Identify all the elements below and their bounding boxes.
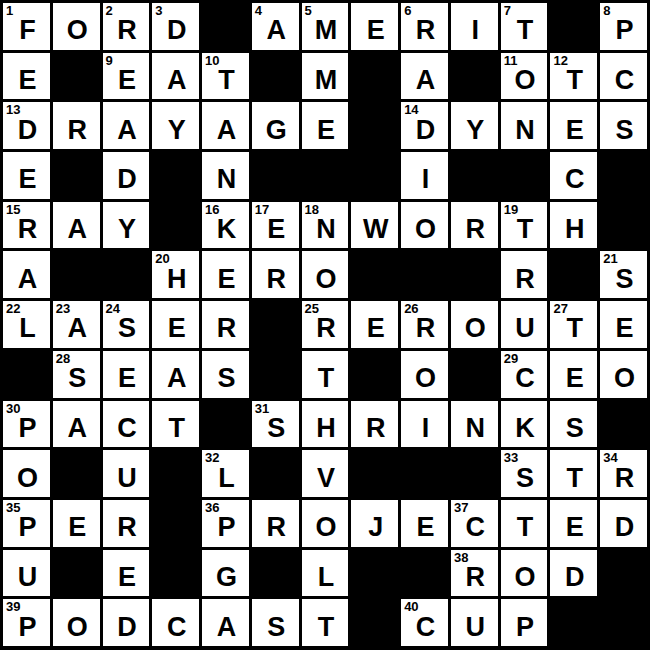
cell-letter-r4c5: N — [217, 166, 237, 193]
clue-number-33: 33 — [504, 450, 518, 465]
cell-letter-r2c13: C — [615, 67, 635, 94]
cell-letter-r3c10: Y — [466, 117, 484, 144]
cell-letter-r6c4: H — [167, 266, 187, 293]
cell-letter-r3c6: G — [266, 117, 287, 144]
cell-letter-r12c10: R — [466, 564, 486, 591]
clue-number-25: 25 — [305, 301, 319, 316]
black-cell-r4c2 — [53, 152, 100, 199]
cell-r9c4[interactable]: T — [152, 401, 199, 448]
cell-r8c2[interactable]: 28S — [53, 351, 100, 398]
clue-number-38: 38 — [454, 550, 468, 565]
black-cell-r12c6 — [252, 550, 299, 597]
cell-letter-r10c3: U — [117, 465, 137, 492]
cell-r13c3[interactable]: D — [103, 599, 150, 646]
cell-letter-r12c3: E — [118, 564, 136, 591]
cell-r1c2[interactable]: O — [53, 3, 100, 50]
black-cell-r12c2 — [53, 550, 100, 597]
clue-number-28: 28 — [56, 351, 70, 366]
cell-r3c12[interactable]: E — [550, 102, 597, 149]
black-cell-r6c9 — [401, 251, 448, 298]
cell-r3c5[interactable]: A — [202, 102, 249, 149]
black-cell-r4c4 — [152, 152, 199, 199]
cell-letter-r3c1: D — [18, 117, 38, 144]
black-cell-r8c10 — [451, 351, 498, 398]
cell-letter-r1c8: E — [367, 17, 385, 44]
cell-letter-r3c5: A — [217, 117, 237, 144]
black-cell-r4c8 — [351, 152, 398, 199]
cell-r7c12[interactable]: 27T — [550, 301, 597, 348]
cell-r2c7[interactable]: M — [302, 53, 349, 100]
black-cell-r4c6 — [252, 152, 299, 199]
clue-number-16: 16 — [205, 202, 219, 217]
black-cell-r2c10 — [451, 53, 498, 100]
cell-r3c2[interactable]: R — [53, 102, 100, 149]
cell-r7c1[interactable]: 22L — [3, 301, 50, 348]
cell-r2c11[interactable]: 11O — [501, 53, 548, 100]
black-cell-r10c4 — [152, 450, 199, 497]
cell-letter-r2c9: A — [416, 67, 436, 94]
clue-number-32: 32 — [205, 450, 219, 465]
cell-letter-r4c3: D — [117, 166, 137, 193]
cell-r10c5[interactable]: 32L — [202, 450, 249, 497]
cell-letter-r5c1: R — [18, 216, 38, 243]
cell-r11c5[interactable]: 36P — [202, 500, 249, 547]
cell-r6c11[interactable]: R — [501, 251, 548, 298]
black-cell-r2c2 — [53, 53, 100, 100]
cell-letter-r3c11: N — [515, 117, 535, 144]
cell-letter-r7c5: R — [217, 315, 237, 342]
cell-letter-r2c1: E — [18, 67, 36, 94]
black-cell-r12c13 — [600, 550, 647, 597]
cell-letter-r10c12: T — [567, 465, 584, 492]
cell-letter-r1c4: D — [167, 17, 187, 44]
cell-r9c6[interactable]: 31S — [252, 401, 299, 448]
black-cell-r2c8 — [351, 53, 398, 100]
cell-r8c4[interactable]: A — [152, 351, 199, 398]
cell-r13c10[interactable]: U — [451, 599, 498, 646]
cell-r5c11[interactable]: 19T — [501, 202, 548, 249]
cell-letter-r1c1: F — [19, 17, 36, 44]
cell-r2c9[interactable]: A — [401, 53, 448, 100]
crossword-board: 1FO2R3D4A5ME6RI7T8PE9EA10TMA11O12TC13DRA… — [0, 0, 650, 650]
cell-r5c1[interactable]: 15R — [3, 202, 50, 249]
cell-r10c12[interactable]: T — [550, 450, 597, 497]
cell-letter-r2c7: M — [315, 67, 338, 94]
cell-r6c5[interactable]: E — [202, 251, 249, 298]
cell-r3c10[interactable]: Y — [451, 102, 498, 149]
cell-letter-r7c8: E — [367, 315, 385, 342]
cell-letter-r11c6: R — [266, 514, 286, 541]
clue-number-1: 1 — [6, 3, 13, 18]
clue-number-5: 5 — [305, 3, 312, 18]
cell-letter-r10c11: S — [516, 465, 534, 492]
black-cell-r10c10 — [451, 450, 498, 497]
cell-r10c7[interactable]: V — [302, 450, 349, 497]
cell-letter-r13c9: C — [416, 614, 436, 641]
cell-letter-r10c7: V — [317, 465, 335, 492]
cell-r12c1[interactable]: U — [3, 550, 50, 597]
cell-letter-r5c7: N — [316, 216, 336, 243]
cell-letter-r8c2: S — [68, 365, 86, 392]
cell-letter-r6c5: E — [217, 266, 235, 293]
clue-number-10: 10 — [205, 53, 219, 68]
clue-number-14: 14 — [404, 102, 418, 117]
cell-r11c11[interactable]: T — [501, 500, 548, 547]
cell-letter-r9c7: H — [316, 415, 336, 442]
cell-r12c7[interactable]: L — [302, 550, 349, 597]
cell-r2c12[interactable]: 12T — [550, 53, 597, 100]
cell-r13c1[interactable]: 39P — [3, 599, 50, 646]
cell-letter-r3c9: D — [416, 117, 436, 144]
cell-r5c9[interactable]: O — [401, 202, 448, 249]
cell-r12c5[interactable]: G — [202, 550, 249, 597]
cell-r10c13[interactable]: 34R — [600, 450, 647, 497]
cell-letter-r6c7: O — [315, 266, 336, 293]
cell-r6c13[interactable]: 21S — [600, 251, 647, 298]
cell-letter-r7c7: R — [316, 315, 336, 342]
cell-r12c10[interactable]: 38R — [451, 550, 498, 597]
cell-letter-r11c13: D — [615, 514, 635, 541]
cell-r6c4[interactable]: 20H — [152, 251, 199, 298]
cell-r2c5[interactable]: 10T — [202, 53, 249, 100]
cell-r8c9[interactable]: O — [401, 351, 448, 398]
cell-letter-r5c11: T — [517, 216, 534, 243]
cell-r10c1[interactable]: O — [3, 450, 50, 497]
cell-letter-r10c1: O — [17, 465, 38, 492]
cell-r4c5[interactable]: N — [202, 152, 249, 199]
clue-number-6: 6 — [404, 3, 411, 18]
clue-number-17: 17 — [255, 202, 269, 217]
black-cell-r10c9 — [401, 450, 448, 497]
cell-letter-r1c11: T — [517, 17, 534, 44]
black-cell-r13c8 — [351, 599, 398, 646]
clue-number-40: 40 — [404, 599, 418, 614]
clue-number-22: 22 — [6, 301, 20, 316]
black-cell-r12c9 — [401, 550, 448, 597]
black-cell-r6c12 — [550, 251, 597, 298]
cell-r1c3[interactable]: 2R — [103, 3, 150, 50]
cell-r10c11[interactable]: 33S — [501, 450, 548, 497]
cell-r7c2[interactable]: 23A — [53, 301, 100, 348]
cell-r2c1[interactable]: E — [3, 53, 50, 100]
cell-letter-r8c4: A — [167, 365, 187, 392]
cell-letter-r9c8: R — [366, 415, 386, 442]
clue-number-24: 24 — [106, 301, 120, 316]
clue-number-2: 2 — [106, 3, 113, 18]
black-cell-r13c12 — [550, 599, 597, 646]
cell-r11c13[interactable]: D — [600, 500, 647, 547]
cell-letter-r11c2: E — [68, 514, 86, 541]
cell-r1c13[interactable]: 8P — [600, 3, 647, 50]
cell-r4c3[interactable]: D — [103, 152, 150, 199]
crossword-puzzle: 1FO2R3D4A5ME6RI7T8PE9EA10TMA11O12TC13DRA… — [0, 0, 650, 650]
black-cell-r5c13 — [600, 202, 647, 249]
cell-r1c1[interactable]: 1F — [3, 3, 50, 50]
clue-number-26: 26 — [404, 301, 418, 316]
clue-number-19: 19 — [504, 202, 518, 217]
cell-letter-r11c11: T — [517, 514, 534, 541]
cell-r5c3[interactable]: Y — [103, 202, 150, 249]
cell-r11c8[interactable]: J — [351, 500, 398, 547]
cell-r8c3[interactable]: E — [103, 351, 150, 398]
cell-r13c9[interactable]: 40C — [401, 599, 448, 646]
cell-r1c11[interactable]: 7T — [501, 3, 548, 50]
cell-letter-r6c11: R — [515, 266, 535, 293]
cell-r12c11[interactable]: O — [501, 550, 548, 597]
cell-r3c11[interactable]: N — [501, 102, 548, 149]
cell-letter-r9c3: C — [117, 415, 137, 442]
black-cell-r10c2 — [53, 450, 100, 497]
cell-r13c11[interactable]: P — [501, 599, 548, 646]
clue-number-9: 9 — [106, 53, 113, 68]
cell-r5c12[interactable]: H — [550, 202, 597, 249]
black-cell-r6c10 — [451, 251, 498, 298]
cell-r3c6[interactable]: G — [252, 102, 299, 149]
clue-number-30: 30 — [6, 401, 20, 416]
cell-letter-r1c10: I — [472, 17, 480, 44]
cell-r1c10[interactable]: I — [451, 3, 498, 50]
cell-letter-r7c1: L — [19, 315, 36, 342]
cell-r9c8[interactable]: R — [351, 401, 398, 448]
cell-r11c10[interactable]: 37C — [451, 500, 498, 547]
black-cell-r10c6 — [252, 450, 299, 497]
cell-r7c11[interactable]: U — [501, 301, 548, 348]
black-cell-r6c2 — [53, 251, 100, 298]
cell-r7c10[interactable]: O — [451, 301, 498, 348]
cell-r3c4[interactable]: Y — [152, 102, 199, 149]
clue-number-8: 8 — [603, 3, 610, 18]
cell-letter-r11c8: J — [368, 514, 383, 541]
cell-r11c9[interactable]: E — [401, 500, 448, 547]
cell-letter-r1c7: M — [315, 17, 338, 44]
black-cell-r6c3 — [103, 251, 150, 298]
cell-r4c9[interactable]: I — [401, 152, 448, 199]
cell-letter-r7c10: O — [465, 315, 486, 342]
cell-letter-r12c11: O — [515, 564, 536, 591]
cell-letter-r8c7: T — [318, 365, 335, 392]
cell-letter-r9c9: I — [422, 415, 430, 442]
cell-r9c3[interactable]: C — [103, 401, 150, 448]
cell-r1c8[interactable]: E — [351, 3, 398, 50]
cell-letter-r11c3: R — [117, 514, 137, 541]
cell-letter-r13c2: O — [67, 614, 88, 641]
cell-r13c7[interactable]: T — [302, 599, 349, 646]
cell-r5c7[interactable]: 18N — [302, 202, 349, 249]
cell-letter-r1c13: P — [616, 17, 634, 44]
cell-letter-r1c3: R — [117, 17, 137, 44]
cell-r4c1[interactable]: E — [3, 152, 50, 199]
clue-number-4: 4 — [255, 3, 262, 18]
cell-letter-r12c12: D — [565, 564, 585, 591]
cell-r12c12[interactable]: D — [550, 550, 597, 597]
cell-r1c9[interactable]: 6R — [401, 3, 448, 50]
black-cell-r4c10 — [451, 152, 498, 199]
cell-letter-r8c9: O — [415, 365, 436, 392]
black-cell-r11c4 — [152, 500, 199, 547]
clue-number-37: 37 — [454, 500, 468, 515]
cell-letter-r4c9: I — [422, 166, 430, 193]
cell-letter-r3c3: A — [117, 117, 137, 144]
cell-r5c10[interactable]: R — [451, 202, 498, 249]
cell-r7c3[interactable]: 24S — [103, 301, 150, 348]
cell-r2c3[interactable]: 9E — [103, 53, 150, 100]
black-cell-r8c8 — [351, 351, 398, 398]
cell-letter-r9c10: N — [466, 415, 486, 442]
cell-r4c12[interactable]: C — [550, 152, 597, 199]
cell-r11c7[interactable]: O — [302, 500, 349, 547]
cell-r6c1[interactable]: A — [3, 251, 50, 298]
cell-letter-r6c6: R — [266, 266, 286, 293]
cell-r3c9[interactable]: 14D — [401, 102, 448, 149]
clue-number-27: 27 — [553, 301, 567, 316]
clue-number-31: 31 — [255, 401, 269, 416]
cell-r9c12[interactable]: S — [550, 401, 597, 448]
cell-r3c7[interactable]: E — [302, 102, 349, 149]
clue-number-20: 20 — [155, 251, 169, 266]
cell-r7c5[interactable]: R — [202, 301, 249, 348]
black-cell-r9c5 — [202, 401, 249, 448]
black-cell-r4c11 — [501, 152, 548, 199]
black-cell-r9c13 — [600, 401, 647, 448]
cell-letter-r3c4: Y — [168, 117, 186, 144]
cell-r2c4[interactable]: A — [152, 53, 199, 100]
cell-r2c13[interactable]: C — [600, 53, 647, 100]
cell-r3c3[interactable]: A — [103, 102, 150, 149]
cell-letter-r11c10: C — [466, 514, 486, 541]
clue-number-21: 21 — [603, 251, 617, 266]
cell-letter-r5c3: Y — [118, 216, 136, 243]
cell-r8c11[interactable]: 29C — [501, 351, 548, 398]
cell-r11c12[interactable]: E — [550, 500, 597, 547]
cell-r9c9[interactable]: I — [401, 401, 448, 448]
cell-r11c2[interactable]: E — [53, 500, 100, 547]
cell-letter-r8c11: C — [515, 365, 535, 392]
cell-r13c4[interactable]: C — [152, 599, 199, 646]
cell-letter-r5c10: R — [466, 216, 486, 243]
cell-r7c9[interactable]: 26R — [401, 301, 448, 348]
cell-r1c7[interactable]: 5M — [302, 3, 349, 50]
clue-number-3: 3 — [155, 3, 162, 18]
black-cell-r8c6 — [252, 351, 299, 398]
cell-letter-r13c5: A — [217, 614, 237, 641]
cell-letter-r6c13: S — [616, 266, 634, 293]
cell-letter-r11c12: E — [566, 514, 584, 541]
cell-r1c4[interactable]: 3D — [152, 3, 199, 50]
cell-r13c6[interactable]: S — [252, 599, 299, 646]
cell-letter-r2c4: A — [167, 67, 187, 94]
cell-r12c3[interactable]: E — [103, 550, 150, 597]
cell-r3c13[interactable]: S — [600, 102, 647, 149]
clue-number-18: 18 — [305, 202, 319, 217]
cell-r5c5[interactable]: 16K — [202, 202, 249, 249]
cell-r5c8[interactable]: W — [351, 202, 398, 249]
cell-letter-r7c2: A — [67, 315, 87, 342]
black-cell-r4c7 — [302, 152, 349, 199]
clue-number-23: 23 — [56, 301, 70, 316]
cell-letter-r13c11: P — [516, 614, 534, 641]
cell-r10c3[interactable]: U — [103, 450, 150, 497]
black-cell-r1c12 — [550, 3, 597, 50]
cell-r8c5[interactable]: S — [202, 351, 249, 398]
cell-r9c10[interactable]: N — [451, 401, 498, 448]
black-cell-r8c1 — [3, 351, 50, 398]
cell-letter-r9c2: A — [67, 415, 87, 442]
cell-r3c1[interactable]: 13D — [3, 102, 50, 149]
clue-number-13: 13 — [6, 102, 20, 117]
cell-letter-r5c5: K — [217, 216, 237, 243]
clue-number-15: 15 — [6, 202, 20, 217]
cell-letter-r13c7: T — [318, 614, 335, 641]
black-cell-r4c13 — [600, 152, 647, 199]
cell-r11c3[interactable]: R — [103, 500, 150, 547]
cell-letter-r5c12: H — [565, 216, 585, 243]
cell-r13c5[interactable]: A — [202, 599, 249, 646]
cell-letter-r2c5: T — [218, 67, 235, 94]
cell-letter-r2c3: E — [118, 67, 136, 94]
cell-letter-r1c9: R — [416, 17, 436, 44]
black-cell-r13c13 — [600, 599, 647, 646]
cell-letter-r3c13: S — [616, 117, 634, 144]
cell-letter-r7c9: R — [416, 315, 436, 342]
cell-letter-r7c13: E — [616, 315, 634, 342]
cell-r8c13[interactable]: O — [600, 351, 647, 398]
cell-r7c8[interactable]: E — [351, 301, 398, 348]
cell-r8c12[interactable]: E — [550, 351, 597, 398]
cell-letter-r8c12: E — [566, 365, 584, 392]
cell-r1c6[interactable]: 4A — [252, 3, 299, 50]
cell-letter-r9c6: S — [267, 415, 285, 442]
black-cell-r10c8 — [351, 450, 398, 497]
cell-r6c7[interactable]: O — [302, 251, 349, 298]
clue-number-7: 7 — [504, 3, 511, 18]
cell-letter-r12c5: G — [216, 564, 237, 591]
black-cell-r7c6 — [252, 301, 299, 348]
cell-letter-r6c1: A — [18, 266, 38, 293]
clue-number-11: 11 — [504, 53, 518, 68]
cell-letter-r4c12: C — [565, 166, 585, 193]
cell-r9c1[interactable]: 30P — [3, 401, 50, 448]
clue-number-36: 36 — [205, 500, 219, 515]
cell-r13c2[interactable]: O — [53, 599, 100, 646]
cell-r11c1[interactable]: 35P — [3, 500, 50, 547]
cell-r9c7[interactable]: H — [302, 401, 349, 448]
cell-r8c7[interactable]: T — [302, 351, 349, 398]
cell-r7c13[interactable]: E — [600, 301, 647, 348]
cell-letter-r7c3: S — [118, 315, 136, 342]
cell-letter-r13c6: S — [267, 614, 285, 641]
clue-number-39: 39 — [6, 599, 20, 614]
cell-r7c7[interactable]: 25R — [302, 301, 349, 348]
cell-letter-r11c9: E — [417, 514, 435, 541]
cell-letter-r12c7: L — [318, 564, 335, 591]
cell-letter-r8c5: S — [217, 365, 235, 392]
black-cell-r6c8 — [351, 251, 398, 298]
cell-r9c2[interactable]: A — [53, 401, 100, 448]
cell-r9c11[interactable]: K — [501, 401, 548, 448]
cell-r7c4[interactable]: E — [152, 301, 199, 348]
cell-r5c2[interactable]: A — [53, 202, 100, 249]
cell-r6c6[interactable]: R — [252, 251, 299, 298]
cell-r11c6[interactable]: R — [252, 500, 299, 547]
cell-letter-r8c3: E — [118, 365, 136, 392]
cell-r5c6[interactable]: 17E — [252, 202, 299, 249]
cell-letter-r13c4: C — [167, 614, 187, 641]
cell-letter-r11c1: P — [18, 514, 36, 541]
cell-letter-r13c1: P — [18, 614, 36, 641]
cell-letter-r9c4: T — [168, 415, 185, 442]
cell-letter-r2c12: T — [567, 67, 584, 94]
cell-letter-r5c9: O — [415, 216, 436, 243]
